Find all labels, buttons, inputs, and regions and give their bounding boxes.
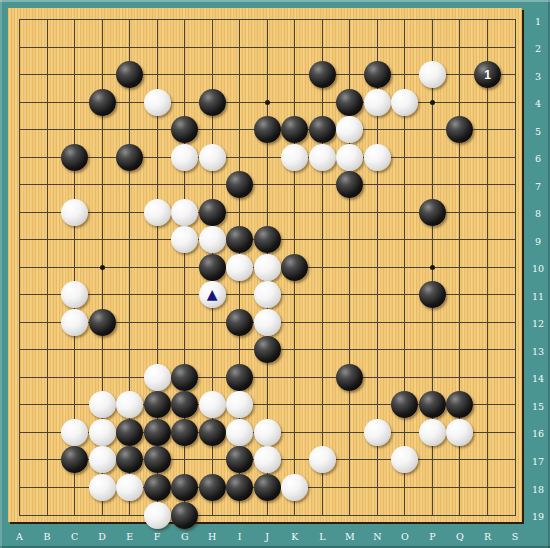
white-stone: [144, 502, 171, 529]
column-label: J: [265, 531, 269, 543]
move-number-label: 1: [484, 69, 491, 81]
column-label: K: [291, 531, 298, 543]
column-label: L: [319, 531, 325, 543]
row-label: 7: [529, 181, 547, 193]
row-label: 9: [529, 236, 547, 248]
black-stone: [419, 199, 446, 226]
white-stone: [61, 419, 88, 446]
black-stone: [89, 89, 116, 116]
white-stone: [144, 89, 171, 116]
black-stone: [199, 89, 226, 116]
row-label: 15: [529, 401, 547, 413]
black-stone: [144, 474, 171, 501]
white-stone: [281, 144, 308, 171]
white-stone: [144, 199, 171, 226]
column-label: E: [126, 531, 133, 543]
column-label: O: [401, 531, 409, 543]
black-stone: [144, 391, 171, 418]
column-label: M: [345, 531, 355, 543]
grid-line-horizontal: [19, 377, 516, 378]
column-label: F: [154, 531, 161, 543]
row-label: 5: [529, 126, 547, 138]
column-label: N: [373, 531, 381, 543]
column-label: D: [98, 531, 106, 543]
grid-line-horizontal: [19, 515, 516, 516]
white-stone: [226, 419, 253, 446]
row-label: 17: [529, 456, 547, 468]
black-stone: [199, 254, 226, 281]
black-stone: [199, 199, 226, 226]
black-stone: [254, 226, 281, 253]
star-point: [265, 100, 270, 105]
white-stone: [144, 364, 171, 391]
black-stone: [364, 61, 391, 88]
white-stone: [336, 144, 363, 171]
white-stone: [61, 309, 88, 336]
row-label: 11: [529, 291, 547, 303]
column-label: G: [181, 531, 189, 543]
white-stone: [171, 199, 198, 226]
row-label: 4: [529, 98, 547, 110]
white-stone: [364, 419, 391, 446]
white-stone: [89, 419, 116, 446]
white-stone: [199, 226, 226, 253]
white-stone: [226, 254, 253, 281]
white-stone: [254, 281, 281, 308]
row-label: 13: [529, 346, 547, 358]
star-point: [430, 265, 435, 270]
black-stone: [226, 364, 253, 391]
star-point: [100, 265, 105, 270]
row-label: 19: [529, 511, 547, 523]
column-label: R: [484, 531, 491, 543]
white-stone: [391, 89, 418, 116]
black-stone: [281, 254, 308, 281]
column-label: P: [429, 531, 435, 543]
row-label: 18: [529, 484, 547, 496]
grid-line-vertical: [487, 19, 488, 516]
black-stone: [89, 309, 116, 336]
black-stone: [116, 419, 143, 446]
white-stone: [364, 144, 391, 171]
row-label: 10: [529, 263, 547, 275]
white-stone: [171, 144, 198, 171]
black-stone: [61, 144, 88, 171]
black-stone: [171, 364, 198, 391]
black-stone: [171, 502, 198, 529]
white-stone: [419, 61, 446, 88]
black-stone: [309, 116, 336, 143]
white-stone: [254, 254, 281, 281]
row-label: 8: [529, 208, 547, 220]
column-label: Q: [456, 531, 464, 543]
row-label: 2: [529, 43, 547, 55]
white-stone: [254, 309, 281, 336]
row-label: 1: [529, 16, 547, 28]
column-label: H: [208, 531, 216, 543]
white-stone: [254, 419, 281, 446]
grid-line-vertical: [515, 19, 516, 516]
white-stone: [89, 446, 116, 473]
black-stone: [199, 474, 226, 501]
row-label: 12: [529, 318, 547, 330]
white-stone: [61, 199, 88, 226]
black-stone: [254, 336, 281, 363]
grid-line-vertical: [322, 19, 323, 516]
black-stone: [144, 419, 171, 446]
go-board-frame: 1▲ABCDEFGHIJKLMNOPQRS1234567891011121314…: [0, 0, 550, 548]
black-stone: [226, 309, 253, 336]
black-stone: [199, 419, 226, 446]
black-stone: [336, 89, 363, 116]
white-stone: [89, 474, 116, 501]
black-stone: [116, 61, 143, 88]
white-stone: [89, 391, 116, 418]
column-label: S: [512, 531, 519, 543]
black-stone: 1: [474, 61, 501, 88]
column-label: A: [16, 531, 23, 543]
black-stone: [171, 419, 198, 446]
row-label: 14: [529, 373, 547, 385]
white-stone: ▲: [199, 281, 226, 308]
column-label: I: [238, 531, 242, 543]
column-label: C: [71, 531, 78, 543]
white-stone: [199, 144, 226, 171]
black-stone: [254, 116, 281, 143]
black-stone: [171, 474, 198, 501]
white-stone: [309, 144, 336, 171]
black-stone: [144, 446, 171, 473]
white-stone: [199, 391, 226, 418]
white-stone: [116, 474, 143, 501]
column-label: B: [44, 531, 51, 543]
black-stone: [309, 61, 336, 88]
row-label: 6: [529, 153, 547, 165]
row-label: 3: [529, 71, 547, 83]
star-point: [430, 100, 435, 105]
white-stone: [419, 419, 446, 446]
row-label: 16: [529, 428, 547, 440]
black-stone: [254, 474, 281, 501]
black-stone: [116, 144, 143, 171]
triangle-marker: ▲: [207, 287, 218, 301]
white-stone: [364, 89, 391, 116]
